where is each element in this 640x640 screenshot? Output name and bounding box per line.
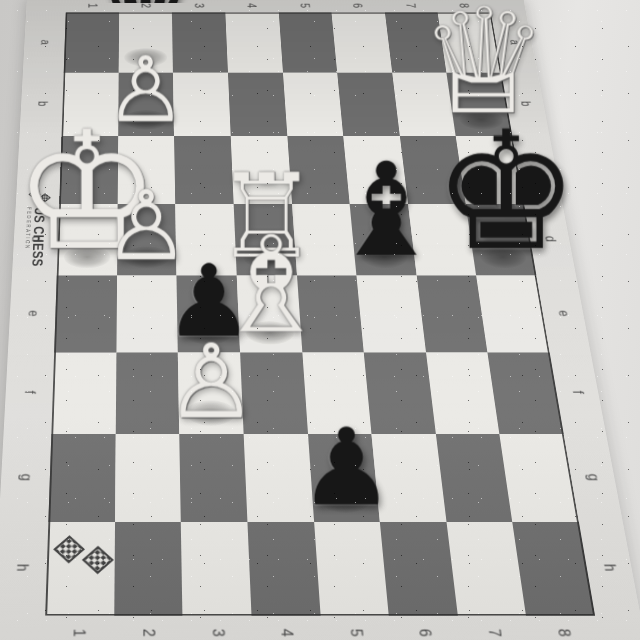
scene: US CHESS FEDERATION bbox=[0, 0, 640, 640]
white-pawn-f3[interactable]: ♙ bbox=[165, 330, 257, 433]
square-h2[interactable] bbox=[114, 522, 183, 616]
square-h5[interactable] bbox=[314, 522, 389, 616]
square-a5[interactable] bbox=[278, 13, 337, 73]
square-b6[interactable] bbox=[337, 73, 399, 137]
chessboard-photo: US CHESS FEDERATION bbox=[0, 0, 640, 640]
square-e7[interactable] bbox=[417, 276, 488, 353]
rank-label-bottom-4: 4 bbox=[251, 616, 322, 640]
rank-label-bottom-2: 2 bbox=[114, 616, 184, 640]
square-f1[interactable] bbox=[51, 352, 116, 434]
square-g1[interactable] bbox=[48, 434, 115, 522]
square-a6[interactable] bbox=[332, 13, 392, 73]
square-e1[interactable] bbox=[54, 276, 117, 353]
rank-label-top-4: 4 bbox=[225, 0, 279, 13]
square-b5[interactable] bbox=[283, 73, 344, 137]
black-pawn-g5[interactable]: ♟ bbox=[299, 413, 395, 520]
file-label-right-h: h bbox=[579, 522, 640, 616]
square-b4[interactable] bbox=[228, 73, 287, 137]
rank-label-top-5: 5 bbox=[277, 0, 331, 13]
rank-label-bottom-1: 1 bbox=[44, 616, 114, 640]
rank-label-bottom-7: 7 bbox=[458, 616, 532, 640]
square-e6[interactable] bbox=[357, 276, 426, 353]
black-bishop-d6[interactable]: ♝ bbox=[329, 145, 445, 274]
rank-label-bottom-5: 5 bbox=[320, 616, 392, 640]
file-label-left-f: f bbox=[4, 352, 55, 434]
square-g3[interactable] bbox=[179, 434, 247, 522]
rank-label-bottom-6: 6 bbox=[389, 616, 462, 640]
file-label-left-g: g bbox=[0, 434, 51, 522]
file-label-left-a: a bbox=[23, 13, 66, 73]
square-g2[interactable] bbox=[115, 434, 181, 522]
square-d6[interactable]: ♝ bbox=[350, 204, 417, 276]
square-d8[interactable]: ♚ bbox=[466, 204, 536, 276]
rank-label-bottom-8: 8 bbox=[526, 616, 601, 640]
square-f3[interactable]: ♙ bbox=[178, 352, 243, 434]
square-a4[interactable] bbox=[225, 13, 282, 73]
board-paper: US CHESS FEDERATION bbox=[0, 0, 640, 640]
rank-label-top-6: 6 bbox=[330, 0, 384, 13]
rank-label-bottom-3: 3 bbox=[183, 616, 253, 640]
square-g5[interactable]: ♟ bbox=[308, 434, 380, 522]
square-h6[interactable] bbox=[380, 522, 458, 616]
square-h4[interactable] bbox=[247, 522, 320, 616]
black-king-d8[interactable]: ♚ bbox=[433, 111, 580, 275]
file-label-left-h: h bbox=[0, 522, 48, 616]
square-h3[interactable] bbox=[181, 522, 251, 616]
